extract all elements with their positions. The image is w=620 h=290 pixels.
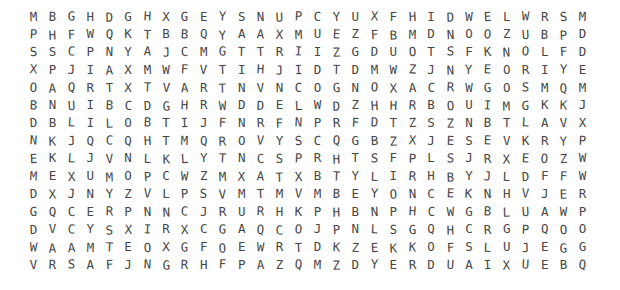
grid-cell[interactable]: H: [270, 203, 289, 221]
grid-cell[interactable]: G: [478, 78, 498, 97]
grid-cell[interactable]: N: [232, 79, 251, 97]
grid-cell[interactable]: O: [478, 25, 498, 44]
grid-cell[interactable]: Y: [194, 150, 213, 168]
grid-cell[interactable]: Y: [364, 184, 384, 203]
grid-cell[interactable]: Y: [346, 168, 365, 186]
grid-cell[interactable]: E: [478, 131, 498, 150]
grid-cell[interactable]: J: [194, 114, 213, 132]
grid-cell[interactable]: R: [402, 96, 422, 115]
grid-cell[interactable]: B: [327, 185, 347, 203]
grid-cell[interactable]: Y: [364, 255, 384, 274]
grid-cell[interactable]: W: [157, 61, 176, 79]
grid-cell[interactable]: Q: [326, 131, 346, 150]
grid-cell[interactable]: A: [535, 203, 554, 221]
grid-cell[interactable]: V: [24, 256, 44, 275]
grid-cell[interactable]: I: [289, 42, 309, 61]
grid-cell[interactable]: P: [308, 114, 327, 132]
grid-cell[interactable]: G: [346, 43, 365, 61]
grid-cell[interactable]: P: [554, 26, 574, 44]
grid-cell[interactable]: K: [119, 26, 138, 44]
grid-cell[interactable]: C: [194, 221, 213, 239]
grid-cell[interactable]: W: [573, 168, 592, 186]
grid-cell[interactable]: N: [364, 203, 384, 222]
grid-cell[interactable]: E: [194, 8, 213, 26]
grid-cell[interactable]: G: [175, 238, 195, 257]
grid-cell[interactable]: W: [459, 8, 478, 26]
grid-cell[interactable]: Z: [346, 26, 365, 44]
grid-cell[interactable]: C: [308, 8, 328, 26]
grid-cell[interactable]: N: [289, 113, 309, 132]
grid-cell[interactable]: D: [137, 96, 157, 115]
grid-cell[interactable]: Z: [194, 168, 213, 186]
grid-cell[interactable]: W: [516, 7, 536, 26]
grid-cell[interactable]: T: [346, 150, 365, 168]
grid-cell[interactable]: X: [119, 61, 138, 79]
grid-cell[interactable]: Z: [554, 149, 574, 168]
grid-cell[interactable]: D: [364, 113, 384, 132]
grid-cell[interactable]: T: [289, 238, 309, 257]
grid-cell[interactable]: H: [251, 60, 271, 79]
grid-cell[interactable]: D: [364, 43, 384, 61]
grid-cell[interactable]: C: [99, 131, 119, 150]
grid-cell[interactable]: R: [326, 114, 346, 133]
grid-cell[interactable]: I: [80, 114, 100, 132]
grid-cell[interactable]: R: [43, 256, 63, 274]
grid-cell[interactable]: P: [43, 61, 62, 79]
grid-cell[interactable]: Q: [81, 132, 100, 150]
grid-cell[interactable]: Q: [573, 256, 593, 274]
grid-cell[interactable]: P: [326, 220, 346, 239]
grid-cell[interactable]: Q: [289, 255, 309, 274]
grid-cell[interactable]: K: [156, 150, 176, 168]
grid-cell[interactable]: N: [251, 8, 271, 27]
grid-cell[interactable]: G: [573, 239, 592, 257]
grid-cell[interactable]: N: [24, 131, 44, 150]
grid-cell[interactable]: J: [535, 185, 554, 203]
grid-cell[interactable]: S: [516, 78, 536, 97]
grid-cell[interactable]: M: [497, 97, 517, 115]
grid-cell[interactable]: G: [213, 220, 233, 239]
grid-cell[interactable]: B: [422, 97, 441, 115]
grid-cell[interactable]: P: [119, 203, 138, 221]
grid-cell[interactable]: I: [175, 114, 195, 133]
grid-cell[interactable]: J: [573, 97, 592, 115]
grid-cell[interactable]: K: [289, 203, 309, 221]
grid-cell[interactable]: B: [478, 114, 498, 132]
grid-cell[interactable]: B: [308, 168, 327, 186]
grid-cell[interactable]: Q: [194, 132, 213, 150]
grid-cell[interactable]: J: [270, 61, 290, 79]
grid-cell[interactable]: X: [270, 25, 290, 43]
grid-cell[interactable]: Q: [99, 25, 119, 44]
grid-cell[interactable]: D: [573, 43, 592, 61]
grid-cell[interactable]: L: [497, 8, 516, 26]
grid-cell[interactable]: H: [137, 7, 157, 26]
grid-cell[interactable]: E: [573, 61, 592, 79]
grid-cell[interactable]: O: [232, 132, 251, 150]
grid-cell[interactable]: M: [535, 79, 554, 97]
grid-cell[interactable]: F: [213, 114, 233, 132]
grid-cell[interactable]: J: [422, 132, 441, 150]
grid-cell[interactable]: C: [422, 185, 441, 203]
grid-cell[interactable]: E: [535, 256, 554, 274]
grid-cell[interactable]: O: [459, 26, 478, 44]
grid-cell[interactable]: B: [43, 114, 62, 132]
grid-cell[interactable]: O: [24, 79, 44, 97]
grid-cell[interactable]: K: [383, 239, 403, 257]
grid-cell[interactable]: S: [99, 221, 119, 239]
grid-cell[interactable]: G: [213, 42, 233, 61]
grid-cell[interactable]: W: [308, 97, 327, 115]
grid-cell[interactable]: Z: [270, 256, 289, 274]
grid-cell[interactable]: P: [402, 150, 422, 168]
grid-cell[interactable]: X: [157, 239, 176, 257]
grid-cell[interactable]: D: [308, 239, 327, 257]
grid-cell[interactable]: P: [308, 203, 327, 221]
grid-cell[interactable]: D: [422, 256, 441, 274]
grid-cell[interactable]: U: [459, 97, 478, 115]
grid-cell[interactable]: L: [535, 43, 554, 61]
grid-cell[interactable]: L: [497, 167, 517, 185]
grid-cell[interactable]: C: [175, 43, 195, 62]
grid-cell[interactable]: P: [573, 203, 592, 221]
grid-cell[interactable]: G: [326, 78, 346, 97]
grid-cell[interactable]: E: [364, 238, 384, 257]
grid-cell[interactable]: I: [384, 168, 403, 186]
grid-cell[interactable]: D: [24, 114, 44, 133]
grid-cell[interactable]: W: [81, 26, 100, 44]
grid-cell[interactable]: L: [364, 167, 384, 185]
grid-cell[interactable]: S: [194, 185, 214, 203]
grid-cell[interactable]: Z: [346, 97, 365, 115]
grid-cell[interactable]: C: [289, 79, 309, 97]
grid-cell[interactable]: N: [99, 43, 119, 61]
grid-cell[interactable]: J: [516, 238, 536, 257]
grid-cell[interactable]: E: [346, 185, 365, 203]
grid-cell[interactable]: K: [43, 132, 63, 150]
grid-cell[interactable]: Z: [440, 115, 460, 133]
grid-cell[interactable]: E: [440, 132, 460, 150]
grid-cell[interactable]: I: [81, 61, 100, 79]
grid-cell[interactable]: P: [289, 7, 309, 26]
grid-cell[interactable]: A: [402, 78, 422, 97]
grid-cell[interactable]: R: [194, 79, 213, 97]
grid-cell[interactable]: V: [194, 61, 214, 79]
grid-cell[interactable]: V: [137, 184, 157, 203]
grid-cell[interactable]: H: [440, 221, 460, 239]
grid-cell[interactable]: X: [383, 79, 403, 97]
grid-cell[interactable]: V: [497, 132, 516, 150]
grid-cell[interactable]: Y: [459, 61, 479, 79]
grid-cell[interactable]: E: [440, 184, 460, 203]
grid-cell[interactable]: S: [61, 255, 81, 274]
grid-cell[interactable]: O: [440, 96, 460, 115]
grid-cell[interactable]: C: [251, 149, 271, 168]
grid-cell[interactable]: S: [440, 42, 460, 61]
grid-cell[interactable]: H: [402, 8, 422, 27]
grid-cell[interactable]: P: [232, 256, 251, 274]
grid-cell[interactable]: N: [119, 150, 138, 168]
grid-cell[interactable]: Y: [459, 168, 478, 186]
grid-cell[interactable]: E: [270, 97, 289, 115]
grid-cell[interactable]: A: [535, 114, 554, 132]
grid-cell[interactable]: T: [213, 61, 233, 80]
grid-cell[interactable]: F: [346, 114, 366, 132]
grid-cell[interactable]: A: [43, 239, 63, 257]
grid-cell[interactable]: N: [156, 203, 176, 221]
grid-cell[interactable]: I: [289, 61, 309, 80]
grid-cell[interactable]: C: [459, 221, 478, 239]
grid-cell[interactable]: Z: [402, 60, 422, 79]
grid-cell[interactable]: O: [402, 43, 422, 62]
grid-cell[interactable]: T: [326, 167, 346, 186]
grid-cell[interactable]: D: [422, 26, 441, 44]
grid-cell[interactable]: T: [251, 43, 271, 62]
grid-cell[interactable]: U: [81, 168, 100, 186]
grid-cell[interactable]: F: [194, 239, 213, 257]
grid-cell[interactable]: T: [270, 168, 290, 186]
grid-cell[interactable]: M: [24, 8, 44, 27]
grid-cell[interactable]: N: [270, 79, 289, 97]
grid-cell[interactable]: T: [99, 238, 119, 257]
grid-cell[interactable]: X: [24, 60, 44, 79]
grid-cell[interactable]: T: [157, 114, 176, 132]
grid-cell[interactable]: N: [478, 185, 498, 204]
grid-cell[interactable]: S: [364, 149, 384, 168]
grid-cell[interactable]: J: [62, 185, 82, 203]
grid-cell[interactable]: R: [175, 256, 195, 274]
grid-cell[interactable]: J: [62, 61, 82, 79]
grid-cell[interactable]: T: [232, 43, 252, 61]
grid-cell[interactable]: R: [535, 132, 554, 150]
grid-cell[interactable]: G: [402, 220, 422, 239]
grid-cell[interactable]: F: [384, 8, 403, 26]
grid-cell[interactable]: I: [478, 96, 498, 115]
grid-cell[interactable]: O: [422, 239, 441, 257]
grid-cell[interactable]: H: [422, 168, 441, 186]
grid-cell[interactable]: H: [327, 150, 347, 168]
grid-cell[interactable]: W: [251, 238, 271, 257]
grid-cell[interactable]: T: [213, 149, 233, 168]
grid-cell[interactable]: R: [213, 132, 233, 150]
grid-cell[interactable]: F: [364, 25, 384, 44]
grid-cell[interactable]: F: [554, 167, 574, 186]
grid-cell[interactable]: C: [175, 202, 195, 221]
grid-cell[interactable]: P: [573, 132, 593, 150]
grid-cell[interactable]: M: [80, 238, 100, 256]
grid-cell[interactable]: X: [232, 167, 252, 185]
grid-cell[interactable]: Q: [194, 26, 213, 44]
grid-cell[interactable]: N: [137, 255, 157, 274]
grid-cell[interactable]: B: [43, 8, 63, 26]
grid-cell[interactable]: P: [24, 25, 44, 44]
grid-cell[interactable]: U: [516, 25, 536, 44]
grid-cell[interactable]: R: [516, 61, 536, 80]
grid-cell[interactable]: T: [497, 114, 516, 132]
grid-cell[interactable]: A: [251, 167, 271, 186]
grid-cell[interactable]: G: [516, 96, 536, 114]
grid-cell[interactable]: A: [43, 79, 63, 97]
grid-cell[interactable]: R: [478, 149, 498, 168]
grid-cell[interactable]: B: [175, 25, 195, 44]
grid-cell[interactable]: U: [516, 255, 536, 274]
grid-cell[interactable]: B: [157, 26, 176, 44]
grid-cell[interactable]: E: [81, 203, 100, 221]
grid-cell[interactable]: U: [346, 8, 365, 26]
grid-cell[interactable]: N: [43, 97, 62, 115]
grid-cell[interactable]: W: [554, 203, 574, 221]
grid-cell[interactable]: G: [156, 256, 176, 274]
grid-cell[interactable]: D: [251, 96, 271, 114]
grid-cell[interactable]: M: [308, 185, 327, 203]
grid-cell[interactable]: V: [43, 221, 62, 239]
grid-cell[interactable]: Q: [535, 221, 554, 239]
grid-cell[interactable]: W: [384, 61, 403, 79]
grid-cell[interactable]: T: [99, 78, 119, 97]
grid-cell[interactable]: I: [535, 61, 554, 79]
grid-cell[interactable]: L: [289, 96, 309, 115]
grid-cell[interactable]: Z: [497, 26, 516, 44]
grid-cell[interactable]: A: [175, 78, 195, 97]
grid-cell[interactable]: N: [402, 185, 422, 204]
grid-cell[interactable]: M: [137, 61, 157, 80]
grid-cell[interactable]: R: [402, 167, 422, 186]
grid-cell[interactable]: M: [364, 61, 384, 80]
grid-cell[interactable]: N: [346, 221, 365, 239]
grid-cell[interactable]: C: [270, 221, 290, 239]
grid-cell[interactable]: S: [554, 8, 574, 27]
grid-cell[interactable]: B: [346, 203, 365, 221]
grid-cell[interactable]: E: [326, 25, 346, 44]
grid-cell[interactable]: M: [194, 43, 213, 61]
grid-cell[interactable]: R: [308, 150, 327, 168]
grid-cell[interactable]: T: [137, 25, 157, 43]
grid-cell[interactable]: Q: [422, 221, 441, 239]
grid-cell[interactable]: M: [573, 8, 593, 26]
grid-cell[interactable]: O: [497, 79, 516, 97]
grid-cell[interactable]: I: [422, 8, 441, 26]
grid-cell[interactable]: R: [99, 202, 119, 221]
grid-cell[interactable]: U: [497, 239, 516, 257]
grid-cell[interactable]: G: [175, 8, 195, 26]
grid-cell[interactable]: K: [554, 96, 574, 115]
grid-cell[interactable]: G: [554, 239, 574, 257]
grid-cell[interactable]: R: [270, 239, 289, 257]
grid-cell[interactable]: C: [157, 168, 176, 186]
grid-cell[interactable]: U: [232, 203, 251, 221]
grid-cell[interactable]: D: [308, 61, 327, 79]
grid-cell[interactable]: D: [24, 220, 44, 239]
grid-cell[interactable]: P: [384, 203, 403, 221]
grid-cell[interactable]: S: [24, 43, 44, 62]
grid-cell[interactable]: L: [364, 220, 384, 239]
grid-cell[interactable]: I: [81, 97, 100, 115]
grid-cell[interactable]: J: [478, 167, 498, 186]
grid-cell[interactable]: E: [478, 60, 498, 79]
grid-cell[interactable]: V: [251, 78, 271, 97]
grid-cell[interactable]: Y: [213, 7, 233, 26]
grid-cell[interactable]: T: [251, 185, 271, 204]
grid-cell[interactable]: B: [137, 113, 157, 132]
grid-cell[interactable]: V: [99, 149, 119, 168]
grid-cell[interactable]: A: [137, 42, 157, 61]
grid-cell[interactable]: E: [232, 239, 251, 257]
grid-cell[interactable]: E: [535, 239, 554, 257]
grid-cell[interactable]: X: [289, 167, 309, 186]
grid-cell[interactable]: P: [137, 167, 157, 186]
grid-cell[interactable]: Y: [326, 8, 346, 27]
grid-cell[interactable]: S: [383, 220, 403, 238]
grid-cell[interactable]: X: [119, 79, 138, 97]
grid-cell[interactable]: A: [459, 256, 478, 274]
grid-cell[interactable]: M: [289, 25, 309, 44]
grid-cell[interactable]: H: [364, 96, 384, 115]
grid-cell[interactable]: X: [61, 167, 81, 186]
grid-cell[interactable]: L: [157, 185, 176, 203]
grid-cell[interactable]: C: [421, 79, 441, 97]
grid-cell[interactable]: D: [346, 61, 365, 79]
grid-cell[interactable]: A: [232, 221, 251, 239]
grid-cell[interactable]: F: [459, 43, 478, 61]
grid-cell[interactable]: A: [61, 238, 81, 257]
grid-cell[interactable]: U: [61, 96, 81, 115]
grid-cell[interactable]: C: [118, 96, 138, 114]
grid-cell[interactable]: L: [137, 150, 157, 168]
grid-cell[interactable]: H: [137, 132, 157, 151]
grid-cell[interactable]: S: [422, 114, 441, 132]
grid-cell[interactable]: H: [327, 203, 347, 221]
grid-cell[interactable]: W: [440, 203, 460, 222]
grid-cell[interactable]: O: [554, 220, 574, 239]
grid-cell[interactable]: Z: [402, 114, 422, 133]
grid-cell[interactable]: I: [232, 61, 251, 79]
grid-cell[interactable]: S: [270, 150, 290, 168]
grid-cell[interactable]: R: [270, 43, 289, 61]
grid-cell[interactable]: E: [516, 149, 536, 168]
grid-cell[interactable]: F: [175, 60, 195, 79]
grid-cell[interactable]: N: [459, 114, 478, 132]
grid-cell[interactable]: I: [137, 220, 157, 239]
grid-cell[interactable]: S: [289, 132, 309, 151]
grid-cell[interactable]: C: [61, 220, 81, 239]
grid-cell[interactable]: O: [119, 114, 138, 132]
grid-cell[interactable]: G: [346, 132, 365, 150]
grid-cell[interactable]: Y: [554, 132, 574, 150]
grid-cell[interactable]: V: [289, 184, 309, 203]
grid-cell[interactable]: A: [232, 26, 251, 44]
grid-cell[interactable]: A: [81, 256, 100, 274]
grid-cell[interactable]: H: [383, 96, 403, 114]
grid-cell[interactable]: X: [118, 220, 138, 238]
grid-cell[interactable]: K: [478, 43, 498, 62]
grid-cell[interactable]: B: [364, 132, 384, 151]
grid-cell[interactable]: O: [137, 238, 157, 257]
grid-cell[interactable]: J: [119, 256, 138, 274]
grid-cell[interactable]: M: [213, 167, 233, 186]
grid-cell[interactable]: F: [554, 43, 574, 62]
grid-cell[interactable]: L: [422, 150, 441, 168]
grid-cell[interactable]: E: [43, 168, 62, 186]
grid-cell[interactable]: S: [43, 43, 62, 61]
grid-cell[interactable]: K: [43, 150, 62, 168]
grid-cell[interactable]: N: [232, 150, 251, 168]
grid-cell[interactable]: X: [175, 220, 195, 239]
grid-cell[interactable]: G: [156, 97, 176, 115]
grid-cell[interactable]: N: [346, 79, 365, 97]
grid-cell[interactable]: Q: [43, 203, 62, 221]
grid-cell[interactable]: O: [497, 61, 516, 79]
grid-cell[interactable]: J: [308, 221, 327, 239]
